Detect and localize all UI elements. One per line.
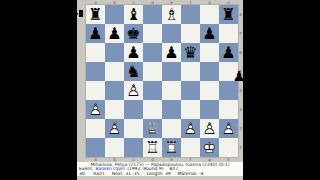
rank-label-3: 3 xyxy=(238,100,243,119)
square-e2 xyxy=(162,119,181,138)
piece-outline: ♙ xyxy=(181,119,200,138)
black-pawn-g7: ♟ xyxy=(200,24,219,43)
square-h2: ♟♙ xyxy=(219,119,238,138)
white-king-g1: ♚♔ xyxy=(200,138,219,157)
white-pawn-b2: ♟♙ xyxy=(105,119,124,138)
square-h7 xyxy=(219,24,238,43)
square-a6 xyxy=(86,43,105,62)
square-d6 xyxy=(143,43,162,62)
last-move: Rad1 xyxy=(93,172,105,176)
black-queen-f6: ♛ xyxy=(181,43,200,62)
square-h3 xyxy=(219,100,238,119)
square-b7: ♟ xyxy=(105,24,124,43)
white-pawn-h2: ♟♙ xyxy=(219,119,238,138)
black-rook-a8: ♜ xyxy=(86,5,105,24)
square-g6 xyxy=(200,43,219,62)
square-e4 xyxy=(162,81,181,100)
square-a7: ♟ xyxy=(86,24,105,43)
square-g7: ♟ xyxy=(200,24,219,43)
white-bishop-e8: ♝♗ xyxy=(162,5,181,24)
white-pawn-a3: ♟♙ xyxy=(86,100,105,119)
piece-outline: ♙ xyxy=(200,119,219,138)
black-pawn-e6: ♟ xyxy=(162,43,181,62)
square-f1 xyxy=(181,138,200,157)
square-g3 xyxy=(200,100,219,119)
video-frame: abcdefgh ♜♝♝♗♜♟♟♚♟♟♟♛♟♞♟♙♟♙♟♙♛♕♟♙♟♙♟♙♜♖♜… xyxy=(0,0,320,180)
square-g8 xyxy=(200,5,219,24)
black-knight-c5: ♞ xyxy=(124,62,143,81)
black-bishop-c8: ♝ xyxy=(124,5,143,24)
square-b6 xyxy=(105,43,124,62)
rank-label-7: 7 xyxy=(238,24,243,43)
piece-outline: ♖ xyxy=(143,138,162,157)
piece-outline: ♙ xyxy=(105,119,124,138)
square-a8: ♜ xyxy=(86,5,105,24)
piece-outline: ♙ xyxy=(219,119,238,138)
square-e6: ♟ xyxy=(162,43,181,62)
black-pawn-h6: ♟ xyxy=(219,43,238,62)
piece-outline: ♗ xyxy=(162,5,181,24)
square-c8: ♝ xyxy=(124,5,143,24)
square-f5 xyxy=(181,62,200,81)
square-c7: ♚ xyxy=(124,24,143,43)
square-f4 xyxy=(181,81,200,100)
square-c5: ♞ xyxy=(124,62,143,81)
letterbox-right xyxy=(243,0,320,180)
game-length: Length: 39 xyxy=(147,172,171,176)
next-moves: Next: 31..35 xyxy=(112,172,140,176)
black-to-move-indicator xyxy=(79,10,83,17)
square-h8: ♜ xyxy=(219,5,238,24)
black-king-c7: ♚ xyxy=(124,24,143,43)
square-a3: ♟♙ xyxy=(86,100,105,119)
square-e1: ♜♖ xyxy=(162,138,181,157)
square-a4 xyxy=(86,81,105,100)
square-b3 xyxy=(105,100,124,119)
square-f7 xyxy=(181,24,200,43)
square-c1 xyxy=(124,138,143,157)
square-c2 xyxy=(124,119,143,138)
margin-black-pawn-icon: ♟ xyxy=(232,68,246,84)
square-c6: ♟ xyxy=(124,43,143,62)
square-e7 xyxy=(162,24,181,43)
white-pawn-g2: ♟♙ xyxy=(200,119,219,138)
black-pawn-b7: ♟ xyxy=(105,24,124,43)
move-info-line: 30: Rad1 Next: 31..35 Length: 39 Materia… xyxy=(77,172,243,176)
square-a5 xyxy=(86,62,105,81)
square-e8: ♝♗ xyxy=(162,5,181,24)
white-pawn-f2: ♟♙ xyxy=(181,119,200,138)
diagram-panel: abcdefgh ♜♝♝♗♜♟♟♚♟♟♟♛♟♞♟♙♟♙♟♙♛♕♟♙♟♙♟♙♜♖♜… xyxy=(77,0,243,180)
caption-area: Mihailova, Petya (2175) — Papadopoulou, … xyxy=(77,162,243,176)
board: ♜♝♝♗♜♟♟♚♟♟♟♛♟♞♟♙♟♙♟♙♛♕♟♙♟♙♟♙♜♖♜♖♚♔ xyxy=(86,5,238,157)
white-pawn-c4: ♟♙ xyxy=(124,81,143,100)
square-d3 xyxy=(143,100,162,119)
square-h6: ♟ xyxy=(219,43,238,62)
white-rook-d1: ♜♖ xyxy=(143,138,162,157)
square-c4: ♟♙ xyxy=(124,81,143,100)
square-b5 xyxy=(105,62,124,81)
black-pawn-c6: ♟ xyxy=(124,43,143,62)
move-number: 30: xyxy=(79,172,86,176)
square-f2: ♟♙ xyxy=(181,119,200,138)
piece-outline: ♙ xyxy=(124,81,143,100)
piece-outline: ♔ xyxy=(200,138,219,157)
square-a2 xyxy=(86,119,105,138)
square-h1 xyxy=(219,138,238,157)
square-d2: ♛♕ xyxy=(143,119,162,138)
square-b1 xyxy=(105,138,124,157)
black-rook-h8: ♜ xyxy=(219,5,238,24)
to-move-dot-icon xyxy=(77,13,78,15)
rank-label-1: 1 xyxy=(238,138,243,157)
piece-outline: ♖ xyxy=(162,138,181,157)
square-d5 xyxy=(143,62,162,81)
square-g2: ♟♙ xyxy=(200,119,219,138)
square-f8 xyxy=(181,5,200,24)
square-d4 xyxy=(143,81,162,100)
rank-label-8: 8 xyxy=(238,5,243,24)
square-d8 xyxy=(143,5,162,24)
square-g4 xyxy=(200,81,219,100)
square-e5 xyxy=(162,62,181,81)
square-f3 xyxy=(181,100,200,119)
square-b8 xyxy=(105,5,124,24)
rank-label-2: 2 xyxy=(238,119,243,138)
square-c3 xyxy=(124,100,143,119)
material-balance: Material: -4 xyxy=(178,172,204,176)
square-b2: ♟♙ xyxy=(105,119,124,138)
square-e3 xyxy=(162,100,181,119)
letterbox-left xyxy=(0,0,77,180)
piece-outline: ♙ xyxy=(86,100,105,119)
square-d1: ♜♖ xyxy=(143,138,162,157)
white-queen-d2: ♛♕ xyxy=(143,119,162,138)
square-f6: ♛ xyxy=(181,43,200,62)
black-pawn-a7: ♟ xyxy=(86,24,105,43)
rank-label-6: 6 xyxy=(238,43,243,62)
square-g5 xyxy=(200,62,219,81)
white-rook-e1: ♜♖ xyxy=(162,138,181,157)
square-g1: ♚♔ xyxy=(200,138,219,157)
square-b4 xyxy=(105,81,124,100)
square-a1 xyxy=(86,138,105,157)
piece-outline: ♕ xyxy=(143,119,162,138)
square-d7 xyxy=(143,24,162,43)
